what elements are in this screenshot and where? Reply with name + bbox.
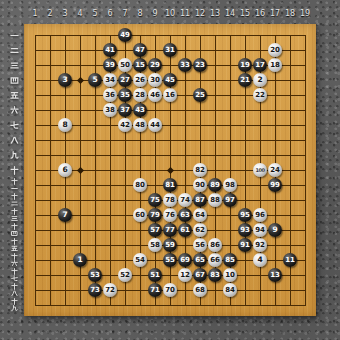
move-number: 16 <box>165 92 174 99</box>
stone-white-58: 58 <box>148 238 162 252</box>
stone-black-17: 17 <box>253 58 267 72</box>
row-label-6 <box>5 103 23 118</box>
move-number: 67 <box>195 272 204 279</box>
move-number: 43 <box>135 107 144 114</box>
move-number: 22 <box>255 92 264 99</box>
stone-black-75: 75 <box>148 193 162 207</box>
column-label-15: 15 <box>238 7 253 20</box>
move-number: 4 <box>257 256 262 264</box>
stone-black-9: 9 <box>268 223 282 237</box>
stone-white-26: 26 <box>133 73 147 87</box>
move-number: 36 <box>105 92 114 99</box>
move-number: 52 <box>120 272 129 279</box>
stone-black-11: 11 <box>283 253 297 267</box>
stone-black-99: 99 <box>268 178 282 192</box>
move-number: 24 <box>270 167 279 174</box>
stone-black-15: 15 <box>133 58 147 72</box>
move-number: 78 <box>165 197 174 204</box>
stone-black-91: 91 <box>238 238 252 252</box>
column-label-10: 10 <box>163 7 178 20</box>
row-label-1 <box>5 28 23 43</box>
move-number: 10 <box>225 272 234 279</box>
move-number: 53 <box>90 272 99 279</box>
move-number: 55 <box>165 257 174 264</box>
move-number: 47 <box>135 47 144 54</box>
row-label-13 <box>5 208 23 223</box>
stone-white-30: 30 <box>148 73 162 87</box>
stone-white-98: 98 <box>223 178 237 192</box>
move-number: 65 <box>195 257 204 264</box>
move-number: 34 <box>105 77 114 84</box>
row-label-11 <box>5 178 23 193</box>
column-label-7: 7 <box>118 7 133 20</box>
stone-white-76: 76 <box>163 208 177 222</box>
stone-white-90: 90 <box>193 178 207 192</box>
move-number: 26 <box>135 77 144 84</box>
move-number: 90 <box>195 182 204 189</box>
column-label-1: 1 <box>28 7 43 20</box>
stone-white-6: 6 <box>58 163 72 177</box>
move-number: 8 <box>62 121 67 129</box>
move-number: 68 <box>195 287 204 294</box>
move-number: 62 <box>195 227 204 234</box>
stone-black-61: 61 <box>178 223 192 237</box>
move-number: 71 <box>150 287 159 294</box>
move-number: 54 <box>135 257 144 264</box>
move-number: 87 <box>195 197 204 204</box>
move-number: 76 <box>165 212 174 219</box>
row-label-14 <box>5 223 23 238</box>
move-number: 56 <box>195 242 204 249</box>
stone-white-56: 56 <box>193 238 207 252</box>
stone-black-95: 95 <box>238 208 252 222</box>
move-number: 12 <box>180 272 189 279</box>
move-number: 83 <box>210 272 219 279</box>
move-number: 17 <box>255 62 264 69</box>
move-number: 92 <box>255 242 264 249</box>
stone-black-93: 93 <box>238 223 252 237</box>
move-number: 86 <box>210 242 219 249</box>
move-number: 31 <box>165 47 174 54</box>
move-number: 5 <box>92 76 97 84</box>
stone-black-55: 55 <box>163 253 177 267</box>
move-number: 39 <box>105 62 114 69</box>
stone-black-81: 81 <box>163 178 177 192</box>
stone-black-33: 33 <box>178 58 192 72</box>
stone-black-13: 13 <box>268 268 282 282</box>
row-label-16 <box>5 253 23 268</box>
stone-white-94: 94 <box>253 223 267 237</box>
stone-white-66: 66 <box>208 253 222 267</box>
move-number: 100 <box>256 168 265 173</box>
move-number: 89 <box>210 182 219 189</box>
move-number: 79 <box>150 212 159 219</box>
stone-white-82: 82 <box>193 163 207 177</box>
stone-white-80: 80 <box>133 178 147 192</box>
stone-white-64: 64 <box>193 208 207 222</box>
stone-white-8: 8 <box>58 118 72 132</box>
stone-black-39: 39 <box>103 58 117 72</box>
row-label-12 <box>5 193 23 208</box>
stone-black-37: 37 <box>118 103 132 117</box>
move-number: 29 <box>150 62 159 69</box>
move-number: 30 <box>150 77 159 84</box>
column-label-8: 8 <box>133 7 148 20</box>
move-number: 82 <box>195 167 204 174</box>
stone-black-97: 97 <box>223 193 237 207</box>
move-number: 38 <box>105 107 114 114</box>
row-label-10 <box>5 163 23 178</box>
move-number: 11 <box>285 257 294 264</box>
move-number: 58 <box>150 242 159 249</box>
move-number: 42 <box>120 122 129 129</box>
stone-black-79: 79 <box>148 208 162 222</box>
move-number: 19 <box>240 62 249 69</box>
stone-black-25: 25 <box>193 88 207 102</box>
stone-white-92: 92 <box>253 238 267 252</box>
stone-black-63: 63 <box>178 208 192 222</box>
move-number: 18 <box>270 62 279 69</box>
stone-black-45: 45 <box>163 73 177 87</box>
column-label-4: 4 <box>73 7 88 20</box>
column-label-14: 14 <box>223 7 238 20</box>
row-label-3 <box>5 58 23 73</box>
move-number: 96 <box>255 212 264 219</box>
move-number: 60 <box>135 212 144 219</box>
stone-white-20: 20 <box>268 43 282 57</box>
stone-black-57: 57 <box>148 223 162 237</box>
move-number: 35 <box>120 92 129 99</box>
move-number: 13 <box>270 272 279 279</box>
move-number: 66 <box>210 257 219 264</box>
move-number: 74 <box>180 197 189 204</box>
stone-black-35: 35 <box>118 88 132 102</box>
row-label-17 <box>5 268 23 283</box>
row-label-15 <box>5 238 23 253</box>
move-number: 64 <box>195 212 204 219</box>
stone-black-83: 83 <box>208 268 222 282</box>
column-label-11: 11 <box>178 7 193 20</box>
stone-black-3: 3 <box>58 73 72 87</box>
move-number: 2 <box>257 76 262 84</box>
move-number: 98 <box>225 182 234 189</box>
move-number: 6 <box>62 166 67 174</box>
stone-black-71: 71 <box>148 283 162 297</box>
move-number: 63 <box>180 212 189 219</box>
column-label-12: 12 <box>193 7 208 20</box>
stone-white-34: 34 <box>103 73 117 87</box>
stone-white-86: 86 <box>208 238 222 252</box>
stone-black-43: 43 <box>133 103 147 117</box>
move-number: 59 <box>165 242 174 249</box>
column-label-6: 6 <box>103 7 118 20</box>
move-number: 3 <box>62 76 67 84</box>
column-label-13: 13 <box>208 7 223 20</box>
column-label-19: 19 <box>298 7 313 20</box>
move-number: 7 <box>62 211 67 219</box>
stone-white-2: 2 <box>253 73 267 87</box>
move-number: 72 <box>105 287 114 294</box>
stone-black-49: 49 <box>118 28 132 42</box>
move-number: 48 <box>135 122 144 129</box>
column-label-2: 2 <box>43 7 58 20</box>
column-label-17: 17 <box>268 7 283 20</box>
move-number: 37 <box>120 107 129 114</box>
column-label-3: 3 <box>58 7 73 20</box>
move-number: 45 <box>165 77 174 84</box>
stone-black-69: 69 <box>178 253 192 267</box>
stone-white-54: 54 <box>133 253 147 267</box>
stone-white-36: 36 <box>103 88 117 102</box>
stone-white-84: 84 <box>223 283 237 297</box>
stone-black-7: 7 <box>58 208 72 222</box>
stone-white-70: 70 <box>163 283 177 297</box>
stone-white-10: 10 <box>223 268 237 282</box>
stone-black-59: 59 <box>163 238 177 252</box>
column-label-5: 5 <box>88 7 103 20</box>
stone-white-100: 100 <box>253 163 267 177</box>
move-number: 51 <box>150 272 159 279</box>
row-label-7 <box>5 118 23 133</box>
stone-black-85: 85 <box>223 253 237 267</box>
row-label-2 <box>5 43 23 58</box>
move-number: 20 <box>270 47 279 54</box>
move-number: 69 <box>180 257 189 264</box>
move-number: 61 <box>180 227 189 234</box>
stone-white-24: 24 <box>268 163 282 177</box>
move-number: 77 <box>165 227 174 234</box>
stone-black-53: 53 <box>88 268 102 282</box>
row-label-18 <box>5 283 23 298</box>
stone-white-96: 96 <box>253 208 267 222</box>
move-number: 28 <box>135 92 144 99</box>
row-label-8 <box>5 133 23 148</box>
move-number: 9 <box>272 226 277 234</box>
move-number: 49 <box>120 32 129 39</box>
stone-white-50: 50 <box>118 58 132 72</box>
stone-white-38: 38 <box>103 103 117 117</box>
stone-black-51: 51 <box>148 268 162 282</box>
column-label-18: 18 <box>283 7 298 20</box>
row-label-5 <box>5 88 23 103</box>
stone-black-29: 29 <box>148 58 162 72</box>
move-number: 81 <box>165 182 174 189</box>
stone-white-68: 68 <box>193 283 207 297</box>
move-number: 15 <box>135 62 144 69</box>
stone-black-21: 21 <box>238 73 252 87</box>
stone-white-12: 12 <box>178 268 192 282</box>
stone-white-48: 48 <box>133 118 147 132</box>
stone-white-46: 46 <box>148 88 162 102</box>
stone-white-72: 72 <box>103 283 117 297</box>
stone-black-19: 19 <box>238 58 252 72</box>
stone-white-74: 74 <box>178 193 192 207</box>
move-number: 46 <box>150 92 159 99</box>
stone-white-22: 22 <box>253 88 267 102</box>
stone-black-1: 1 <box>73 253 87 267</box>
stone-black-31: 31 <box>163 43 177 57</box>
column-label-9: 9 <box>148 7 163 20</box>
stone-white-28: 28 <box>133 88 147 102</box>
move-number: 57 <box>150 227 159 234</box>
stone-white-18: 18 <box>268 58 282 72</box>
move-number: 94 <box>255 227 264 234</box>
move-number: 75 <box>150 197 159 204</box>
move-number: 84 <box>225 287 234 294</box>
move-number: 44 <box>150 122 159 129</box>
stone-white-42: 42 <box>118 118 132 132</box>
stone-white-78: 78 <box>163 193 177 207</box>
column-label-16: 16 <box>253 7 268 20</box>
move-number: 21 <box>240 77 249 84</box>
stone-black-67: 67 <box>193 268 207 282</box>
move-number: 97 <box>225 197 234 204</box>
move-number: 1 <box>77 256 82 264</box>
move-number: 99 <box>270 182 279 189</box>
stone-black-41: 41 <box>103 43 117 57</box>
stone-black-65: 65 <box>193 253 207 267</box>
move-number: 25 <box>195 92 204 99</box>
move-number: 27 <box>120 77 129 84</box>
move-number: 50 <box>120 62 129 69</box>
stone-white-52: 52 <box>118 268 132 282</box>
stone-white-16: 16 <box>163 88 177 102</box>
move-number: 93 <box>240 227 249 234</box>
row-label-9 <box>5 148 23 163</box>
move-number: 33 <box>180 62 189 69</box>
stone-black-27: 27 <box>118 73 132 87</box>
stone-white-62: 62 <box>193 223 207 237</box>
stone-black-5: 5 <box>88 73 102 87</box>
move-number: 85 <box>225 257 234 264</box>
move-number: 70 <box>165 287 174 294</box>
stone-black-89: 89 <box>208 178 222 192</box>
stone-white-60: 60 <box>133 208 147 222</box>
stone-black-47: 47 <box>133 43 147 57</box>
stone-black-77: 77 <box>163 223 177 237</box>
row-label-19 <box>5 298 23 313</box>
move-number: 73 <box>90 287 99 294</box>
stone-black-73: 73 <box>88 283 102 297</box>
stone-white-88: 88 <box>208 193 222 207</box>
stone-black-23: 23 <box>193 58 207 72</box>
stone-white-4: 4 <box>253 253 267 267</box>
move-number: 80 <box>135 182 144 189</box>
move-number: 95 <box>240 212 249 219</box>
move-number: 23 <box>195 62 204 69</box>
move-number: 88 <box>210 197 219 204</box>
row-label-4 <box>5 73 23 88</box>
go-kifu-screenshot: 1234567891011121314151617181912345678910… <box>0 0 340 340</box>
move-number: 91 <box>240 242 249 249</box>
stone-white-44: 44 <box>148 118 162 132</box>
stone-black-87: 87 <box>193 193 207 207</box>
move-number: 41 <box>105 47 114 54</box>
